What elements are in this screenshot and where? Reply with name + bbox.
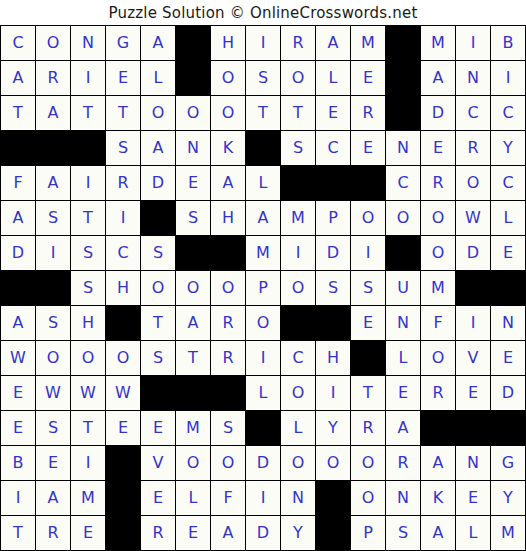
letter-cell: W xyxy=(36,376,70,410)
black-cell xyxy=(386,61,420,95)
letter-cell: M xyxy=(281,201,315,235)
letter-cell: A xyxy=(176,306,210,340)
letter-cell: S xyxy=(386,516,420,550)
letter-cell: R xyxy=(386,446,420,480)
letter-cell: T xyxy=(246,96,280,130)
letter-cell: N xyxy=(491,306,525,340)
letter-cell: O xyxy=(36,341,70,375)
letter-cell: E xyxy=(141,481,175,515)
black-cell xyxy=(351,341,385,375)
black-cell xyxy=(36,271,70,305)
letter-cell: N xyxy=(71,26,105,60)
letter-cell: F xyxy=(1,166,35,200)
letter-cell: I xyxy=(246,341,280,375)
letter-cell: A xyxy=(211,166,245,200)
black-cell xyxy=(176,61,210,95)
letter-cell: O xyxy=(281,376,315,410)
letter-cell: E xyxy=(316,96,350,130)
letter-cell: D xyxy=(456,236,490,270)
letter-cell: L xyxy=(176,481,210,515)
crossword-solution-page: Puzzle Solution © OnlineCrosswords.net C… xyxy=(0,0,526,551)
letter-cell: R xyxy=(456,131,490,165)
letter-cell: K xyxy=(421,481,455,515)
letter-cell: L xyxy=(246,166,280,200)
letter-cell: M xyxy=(491,516,525,550)
letter-cell: O xyxy=(421,201,455,235)
letter-cell: O xyxy=(281,446,315,480)
letter-cell: E xyxy=(176,166,210,200)
letter-cell: I xyxy=(456,306,490,340)
letter-cell: W xyxy=(106,376,140,410)
letter-cell: O xyxy=(316,446,350,480)
letter-cell: I xyxy=(246,481,280,515)
black-cell xyxy=(456,411,490,445)
letter-cell: E xyxy=(71,516,105,550)
black-cell xyxy=(246,131,280,165)
letter-cell: S xyxy=(106,131,140,165)
letter-cell: E xyxy=(176,516,210,550)
black-cell xyxy=(211,236,245,270)
letter-cell: O xyxy=(351,481,385,515)
letter-cell: F xyxy=(421,306,455,340)
letter-cell: O xyxy=(281,61,315,95)
black-cell xyxy=(491,411,525,445)
letter-cell: E xyxy=(141,411,175,445)
letter-cell: A xyxy=(36,166,70,200)
letter-cell: D xyxy=(246,516,280,550)
letter-cell: E xyxy=(421,131,455,165)
letter-cell: O xyxy=(176,271,210,305)
letter-cell: I xyxy=(71,446,105,480)
letter-cell: N xyxy=(456,446,490,480)
letter-cell: R xyxy=(36,61,70,95)
letter-cell: O xyxy=(106,341,140,375)
letter-cell: R xyxy=(211,341,245,375)
letter-cell: Y xyxy=(491,481,525,515)
black-cell xyxy=(211,376,245,410)
letter-cell: A xyxy=(1,306,35,340)
black-cell xyxy=(491,271,525,305)
letter-cell: O xyxy=(246,306,280,340)
crossword-grid: CONGAHIRAMMIBARIELOSOLEANITATTOOOTTERDCC… xyxy=(0,25,526,551)
letter-cell: S xyxy=(246,61,280,95)
letter-cell: I xyxy=(1,481,35,515)
letter-cell: H xyxy=(106,271,140,305)
letter-cell: A xyxy=(386,411,420,445)
letter-cell: S xyxy=(141,236,175,270)
letter-cell: H xyxy=(211,26,245,60)
letter-cell: Y xyxy=(316,411,350,445)
black-cell xyxy=(351,166,385,200)
letter-cell: F xyxy=(211,481,245,515)
letter-cell: L xyxy=(281,411,315,445)
letter-cell: S xyxy=(281,131,315,165)
letter-cell: T xyxy=(351,376,385,410)
letter-cell: S xyxy=(36,306,70,340)
letter-cell: P xyxy=(246,271,280,305)
black-cell xyxy=(141,376,175,410)
letter-cell: U xyxy=(386,271,420,305)
black-cell xyxy=(386,236,420,270)
letter-cell: I xyxy=(106,201,140,235)
letter-cell: T xyxy=(106,96,140,130)
black-cell xyxy=(106,481,140,515)
black-cell xyxy=(316,306,350,340)
letter-cell: W xyxy=(71,376,105,410)
letter-cell: E xyxy=(36,446,70,480)
letter-cell: O xyxy=(211,271,245,305)
letter-cell: N xyxy=(386,306,420,340)
letter-cell: C xyxy=(1,26,35,60)
letter-cell: M xyxy=(421,26,455,60)
letter-cell: G xyxy=(491,446,525,480)
letter-cell: L xyxy=(491,201,525,235)
letter-cell: S xyxy=(211,411,245,445)
letter-cell: E xyxy=(106,61,140,95)
letter-cell: O xyxy=(176,446,210,480)
letter-cell: D xyxy=(421,96,455,130)
letter-cell: R xyxy=(351,411,385,445)
letter-cell: I xyxy=(491,61,525,95)
black-cell xyxy=(281,166,315,200)
letter-cell: H xyxy=(211,201,245,235)
black-cell xyxy=(106,306,140,340)
letter-cell: T xyxy=(1,516,35,550)
letter-cell: H xyxy=(71,306,105,340)
letter-cell: A xyxy=(421,516,455,550)
letter-cell: C xyxy=(106,236,140,270)
letter-cell: C xyxy=(281,341,315,375)
black-cell xyxy=(421,411,455,445)
letter-cell: W xyxy=(456,201,490,235)
letter-cell: E xyxy=(491,341,525,375)
letter-cell: E xyxy=(456,376,490,410)
letter-cell: R xyxy=(36,516,70,550)
letter-cell: E xyxy=(351,61,385,95)
letter-cell: I xyxy=(246,26,280,60)
letter-cell: O xyxy=(351,201,385,235)
letter-cell: A xyxy=(421,61,455,95)
letter-cell: V xyxy=(141,446,175,480)
letter-cell: I xyxy=(281,236,315,270)
black-cell xyxy=(316,516,350,550)
letter-cell: O xyxy=(71,341,105,375)
letter-cell: S xyxy=(36,411,70,445)
letter-cell: I xyxy=(36,236,70,270)
letter-cell: P xyxy=(351,516,385,550)
letter-cell: A xyxy=(141,131,175,165)
letter-cell: A xyxy=(36,96,70,130)
letter-cell: N xyxy=(281,481,315,515)
letter-cell: A xyxy=(36,481,70,515)
letter-cell: S xyxy=(351,271,385,305)
letter-cell: T xyxy=(71,96,105,130)
letter-cell: O xyxy=(351,446,385,480)
letter-cell: C xyxy=(456,96,490,130)
black-cell xyxy=(386,96,420,130)
letter-cell: L xyxy=(246,376,280,410)
letter-cell: E xyxy=(386,376,420,410)
letter-cell: E xyxy=(1,411,35,445)
letter-cell: Y xyxy=(281,516,315,550)
letter-cell: T xyxy=(71,201,105,235)
letter-cell: T xyxy=(1,96,35,130)
letter-cell: R xyxy=(351,96,385,130)
letter-cell: T xyxy=(71,411,105,445)
letter-cell: O xyxy=(211,96,245,130)
letter-cell: A xyxy=(246,201,280,235)
letter-cell: S xyxy=(36,201,70,235)
letter-cell: E xyxy=(106,411,140,445)
letter-cell: A xyxy=(316,26,350,60)
black-cell xyxy=(386,26,420,60)
letter-cell: M xyxy=(421,271,455,305)
letter-cell: S xyxy=(71,271,105,305)
letter-cell: S xyxy=(176,201,210,235)
letter-cell: O xyxy=(141,271,175,305)
letter-cell: O xyxy=(281,271,315,305)
letter-cell: L xyxy=(316,61,350,95)
letter-cell: C xyxy=(491,96,525,130)
letter-cell: A xyxy=(1,61,35,95)
letter-cell: I xyxy=(71,166,105,200)
black-cell xyxy=(316,481,350,515)
letter-cell: S xyxy=(71,236,105,270)
letter-cell: I xyxy=(456,26,490,60)
black-cell xyxy=(1,131,35,165)
letter-cell: O xyxy=(456,166,490,200)
letter-cell: O xyxy=(36,26,70,60)
letter-cell: P xyxy=(316,201,350,235)
letter-cell: R xyxy=(106,166,140,200)
letter-cell: D xyxy=(316,236,350,270)
letter-cell: L xyxy=(386,341,420,375)
letter-cell: O xyxy=(386,201,420,235)
letter-cell: R xyxy=(211,306,245,340)
letter-cell: R xyxy=(141,516,175,550)
letter-cell: C xyxy=(386,166,420,200)
letter-cell: K xyxy=(211,131,245,165)
letter-cell: R xyxy=(421,376,455,410)
letter-cell: T xyxy=(176,341,210,375)
letter-cell: S xyxy=(141,341,175,375)
black-cell xyxy=(141,201,175,235)
letter-cell: V xyxy=(456,341,490,375)
letter-cell: O xyxy=(421,236,455,270)
letter-cell: C xyxy=(491,166,525,200)
letter-cell: T xyxy=(281,96,315,130)
letter-cell: O xyxy=(176,96,210,130)
letter-cell: M xyxy=(246,236,280,270)
letter-cell: I xyxy=(316,376,350,410)
black-cell xyxy=(36,131,70,165)
letter-cell: O xyxy=(141,96,175,130)
letter-cell: T xyxy=(141,306,175,340)
page-title: Puzzle Solution © OnlineCrosswords.net xyxy=(0,0,526,25)
letter-cell: M xyxy=(176,411,210,445)
letter-cell: D xyxy=(141,166,175,200)
letter-cell: D xyxy=(246,446,280,480)
black-cell xyxy=(246,411,280,445)
black-cell xyxy=(176,26,210,60)
letter-cell: N xyxy=(386,131,420,165)
black-cell xyxy=(176,236,210,270)
letter-cell: G xyxy=(106,26,140,60)
letter-cell: D xyxy=(491,376,525,410)
letter-cell: E xyxy=(351,306,385,340)
letter-cell: D xyxy=(1,236,35,270)
letter-cell: N xyxy=(176,131,210,165)
letter-cell: W xyxy=(1,341,35,375)
black-cell xyxy=(1,271,35,305)
letter-cell: M xyxy=(71,481,105,515)
letter-cell: A xyxy=(211,516,245,550)
letter-cell: R xyxy=(281,26,315,60)
letter-cell: S xyxy=(316,271,350,305)
letter-cell: I xyxy=(71,61,105,95)
letter-cell: N xyxy=(456,61,490,95)
letter-cell: A xyxy=(421,446,455,480)
letter-cell: E xyxy=(1,376,35,410)
letter-cell: E xyxy=(456,481,490,515)
letter-cell: C xyxy=(316,131,350,165)
letter-cell: E xyxy=(491,236,525,270)
letter-cell: O xyxy=(421,341,455,375)
black-cell xyxy=(176,376,210,410)
letter-cell: H xyxy=(316,341,350,375)
letter-cell: B xyxy=(1,446,35,480)
letter-cell: A xyxy=(141,26,175,60)
black-cell xyxy=(106,516,140,550)
letter-cell: M xyxy=(351,26,385,60)
letter-cell: B xyxy=(491,26,525,60)
letter-cell: L xyxy=(141,61,175,95)
letter-cell: O xyxy=(211,446,245,480)
black-cell xyxy=(456,271,490,305)
letter-cell: A xyxy=(1,201,35,235)
black-cell xyxy=(281,306,315,340)
letter-cell: E xyxy=(351,131,385,165)
letter-cell: O xyxy=(211,61,245,95)
letter-cell: N xyxy=(386,481,420,515)
letter-cell: Y xyxy=(491,131,525,165)
black-cell xyxy=(106,446,140,480)
letter-cell: I xyxy=(351,236,385,270)
black-cell xyxy=(316,166,350,200)
black-cell xyxy=(71,131,105,165)
letter-cell: L xyxy=(456,516,490,550)
letter-cell: R xyxy=(421,166,455,200)
